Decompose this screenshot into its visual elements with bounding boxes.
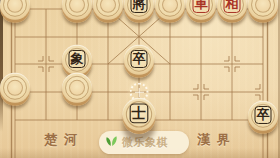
facedown-ring: [7, 80, 23, 96]
piece-glyph: 車: [193, 0, 210, 13]
leaf-logo-icon: [104, 135, 119, 150]
river-label-chu: 楚河: [44, 131, 84, 149]
piece-glyph: 士: [130, 103, 149, 122]
piece-glyph: 將: [131, 0, 148, 13]
facedown-ring: [69, 0, 85, 13]
piece-black-士[interactable]: 士: [123, 101, 156, 134]
facedown-ring: [69, 80, 85, 96]
board-left-edge-shadow: [0, 0, 3, 132]
piece-glyph: 卒: [255, 106, 272, 124]
river-label-han: 漢界: [197, 131, 237, 149]
piece-glyph: 相: [224, 0, 241, 13]
xiangqi-board[interactable]: 楚河 漢界 將車相象卒士卒 微乐象棋: [0, 0, 280, 158]
board-right-edge-shadow: [278, 0, 280, 158]
piece-black-卒[interactable]: 卒: [248, 104, 278, 134]
facedown-ring: [100, 0, 116, 13]
facedown-ring: [7, 0, 23, 13]
watermark-text: 微乐象棋: [122, 135, 168, 150]
piece-facedown[interactable]: [0, 76, 30, 106]
app-watermark: 微乐象棋: [99, 131, 189, 154]
piece-facedown[interactable]: [62, 76, 92, 106]
piece-glyph: 象: [69, 50, 86, 68]
piece-glyph: 卒: [131, 50, 148, 68]
facedown-ring: [255, 0, 271, 13]
piece-black-卒[interactable]: 卒: [124, 48, 154, 78]
facedown-ring: [162, 0, 178, 13]
